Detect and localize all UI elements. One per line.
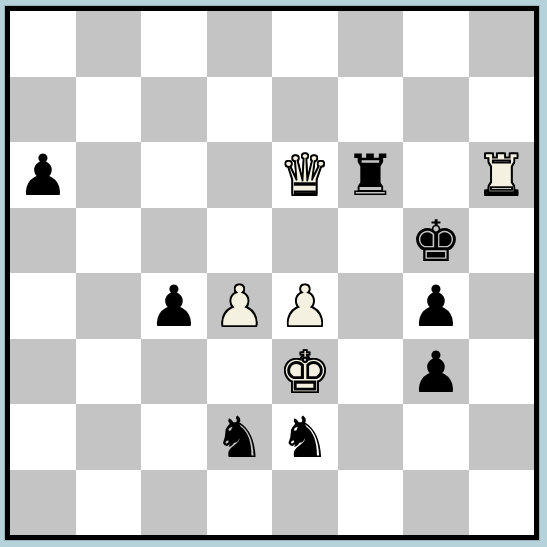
- black-knight-piece[interactable]: ♞: [279, 409, 330, 466]
- square-g7[interactable]: [403, 77, 469, 143]
- square-g6[interactable]: [403, 142, 469, 208]
- board-frame: ♟♛♜♜♚♟♟♟♟♚♟♞♞: [5, 6, 539, 540]
- square-g4[interactable]: ♟: [403, 273, 469, 339]
- square-e2[interactable]: ♞: [272, 404, 338, 470]
- square-e4[interactable]: ♟: [272, 273, 338, 339]
- square-b2[interactable]: [76, 404, 142, 470]
- square-d4[interactable]: ♟: [207, 273, 273, 339]
- square-f1[interactable]: [338, 470, 404, 536]
- square-c2[interactable]: [141, 404, 207, 470]
- square-e6[interactable]: ♛: [272, 142, 338, 208]
- square-f4[interactable]: [338, 273, 404, 339]
- square-f3[interactable]: [338, 339, 404, 405]
- square-c4[interactable]: ♟: [141, 273, 207, 339]
- black-pawn-piece[interactable]: ♟: [148, 278, 199, 335]
- square-a4[interactable]: [10, 273, 76, 339]
- square-c7[interactable]: [141, 77, 207, 143]
- white-queen-piece[interactable]: ♛: [279, 147, 330, 204]
- square-b5[interactable]: [76, 208, 142, 274]
- black-pawn-piece[interactable]: ♟: [410, 344, 461, 401]
- square-d7[interactable]: [207, 77, 273, 143]
- square-a5[interactable]: [10, 208, 76, 274]
- white-rook-piece[interactable]: ♜: [476, 147, 527, 204]
- square-f8[interactable]: [338, 11, 404, 77]
- square-e7[interactable]: [272, 77, 338, 143]
- square-e5[interactable]: [272, 208, 338, 274]
- white-pawn-piece[interactable]: ♟: [214, 278, 265, 335]
- black-king-piece[interactable]: ♚: [410, 213, 461, 270]
- square-b3[interactable]: [76, 339, 142, 405]
- square-b8[interactable]: [76, 11, 142, 77]
- square-d1[interactable]: [207, 470, 273, 536]
- square-g2[interactable]: [403, 404, 469, 470]
- square-h5[interactable]: [469, 208, 535, 274]
- square-f5[interactable]: [338, 208, 404, 274]
- square-d5[interactable]: [207, 208, 273, 274]
- square-h6[interactable]: ♜: [469, 142, 535, 208]
- square-a1[interactable]: [10, 470, 76, 536]
- square-a7[interactable]: [10, 77, 76, 143]
- square-c1[interactable]: [141, 470, 207, 536]
- square-e3[interactable]: ♚: [272, 339, 338, 405]
- black-knight-piece[interactable]: ♞: [214, 409, 265, 466]
- square-h2[interactable]: [469, 404, 535, 470]
- white-pawn-piece[interactable]: ♟: [279, 278, 330, 335]
- square-d6[interactable]: [207, 142, 273, 208]
- black-pawn-piece[interactable]: ♟: [410, 278, 461, 335]
- square-b6[interactable]: [76, 142, 142, 208]
- square-c8[interactable]: [141, 11, 207, 77]
- square-a6[interactable]: ♟: [10, 142, 76, 208]
- black-rook-piece[interactable]: ♜: [345, 147, 396, 204]
- square-d8[interactable]: [207, 11, 273, 77]
- square-c5[interactable]: [141, 208, 207, 274]
- square-g8[interactable]: [403, 11, 469, 77]
- square-d2[interactable]: ♞: [207, 404, 273, 470]
- square-b4[interactable]: [76, 273, 142, 339]
- square-f2[interactable]: [338, 404, 404, 470]
- square-f6[interactable]: ♜: [338, 142, 404, 208]
- square-e8[interactable]: [272, 11, 338, 77]
- square-g5[interactable]: ♚: [403, 208, 469, 274]
- square-a3[interactable]: [10, 339, 76, 405]
- square-h3[interactable]: [469, 339, 535, 405]
- square-h7[interactable]: [469, 77, 535, 143]
- square-c3[interactable]: [141, 339, 207, 405]
- square-f7[interactable]: [338, 77, 404, 143]
- square-b7[interactable]: [76, 77, 142, 143]
- square-a8[interactable]: [10, 11, 76, 77]
- square-c6[interactable]: [141, 142, 207, 208]
- square-b1[interactable]: [76, 470, 142, 536]
- square-g1[interactable]: [403, 470, 469, 536]
- square-d3[interactable]: [207, 339, 273, 405]
- chess-board: ♟♛♜♜♚♟♟♟♟♚♟♞♞: [10, 11, 534, 535]
- black-pawn-piece[interactable]: ♟: [17, 147, 68, 204]
- square-h4[interactable]: [469, 273, 535, 339]
- square-g3[interactable]: ♟: [403, 339, 469, 405]
- square-h1[interactable]: [469, 470, 535, 536]
- white-king-piece[interactable]: ♚: [279, 344, 330, 401]
- square-a2[interactable]: [10, 404, 76, 470]
- square-h8[interactable]: [469, 11, 535, 77]
- square-e1[interactable]: [272, 470, 338, 536]
